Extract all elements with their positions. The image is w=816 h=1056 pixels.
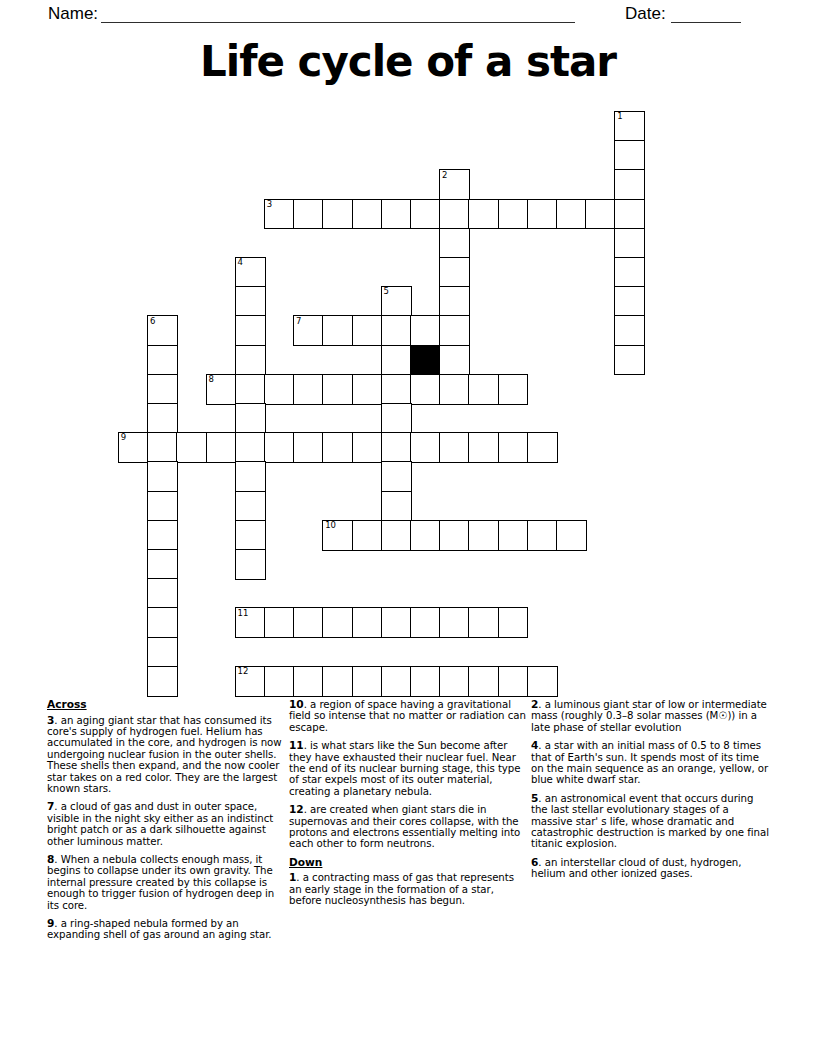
clue-text: . is what stars like the Sun become afte… xyxy=(289,740,520,797)
grid-cell[interactable] xyxy=(527,666,558,697)
grid-cell[interactable] xyxy=(322,199,353,230)
grid-cell[interactable] xyxy=(614,140,645,171)
grid-cell[interactable] xyxy=(439,286,470,317)
grid-cell[interactable] xyxy=(439,228,470,259)
grid-cell[interactable] xyxy=(439,666,470,697)
cell-number-12: 12 xyxy=(238,667,249,677)
clue-text: . an aging giant star that has consumed … xyxy=(47,715,282,794)
grid-cell[interactable] xyxy=(352,520,383,551)
grid-cell[interactable] xyxy=(468,199,499,230)
grid-cell[interactable] xyxy=(381,403,412,434)
grid-cell[interactable] xyxy=(147,520,178,551)
cell-number-2: 2 xyxy=(442,171,447,181)
grid-cell[interactable] xyxy=(381,491,412,522)
grid-cell[interactable] xyxy=(498,199,529,230)
grid-cell[interactable] xyxy=(322,666,353,697)
clue-down-5: 5. an astronomical event that occurs dur… xyxy=(531,793,769,850)
clue-text: . a region of space having a gravitation… xyxy=(289,699,526,733)
clue-across-9: 9. a ring-shaped nebula formed by an exp… xyxy=(47,918,285,941)
grid-cell[interactable] xyxy=(235,345,266,376)
grid-cell[interactable] xyxy=(614,228,645,259)
grid-cell[interactable] xyxy=(235,549,266,580)
grid-cell[interactable] xyxy=(176,432,207,463)
grid-cell[interactable] xyxy=(352,199,383,230)
clue-number: 11 xyxy=(289,739,304,751)
crossword-worksheet: Name: Date: Life cycle of a star 1234567… xyxy=(0,0,816,1056)
clue-down-1: 1. a contracting mass of gas that repres… xyxy=(289,872,527,906)
grid-cell[interactable] xyxy=(381,345,412,376)
cell-number-3: 3 xyxy=(267,200,272,210)
grid-cell[interactable] xyxy=(352,315,383,346)
grid-cell[interactable] xyxy=(235,315,266,346)
grid-cell[interactable] xyxy=(439,607,470,638)
grid-cell[interactable] xyxy=(498,666,529,697)
grid-cell[interactable] xyxy=(147,607,178,638)
grid-cell[interactable] xyxy=(614,257,645,288)
cell-number-11: 11 xyxy=(238,609,249,619)
grid-cell[interactable] xyxy=(235,432,266,463)
grid-cell[interactable] xyxy=(410,199,441,230)
grid-cell[interactable] xyxy=(264,432,295,463)
grid-cell[interactable] xyxy=(527,199,558,230)
clue-across-8: 8. When a nebula collects enough mass, i… xyxy=(47,854,285,911)
clue-across-3: 3. an aging giant star that has consumed… xyxy=(47,715,285,795)
grid-cell[interactable] xyxy=(439,520,470,551)
grid-cell[interactable] xyxy=(410,607,441,638)
clue-text: . a cloud of gas and dust in outer space… xyxy=(47,801,273,846)
grid-cell[interactable] xyxy=(614,169,645,200)
grid-cell[interactable] xyxy=(322,374,353,405)
grid-cell[interactable] xyxy=(147,432,178,463)
crossword-grid: 123456789101112 xyxy=(118,111,646,697)
grid-cell[interactable] xyxy=(352,432,383,463)
grid-cell[interactable] xyxy=(410,666,441,697)
grid-cell[interactable] xyxy=(381,374,412,405)
grid-cell[interactable] xyxy=(147,549,178,580)
clue-number: 12 xyxy=(289,803,304,815)
cell-number-5: 5 xyxy=(384,287,389,297)
grid-cell[interactable] xyxy=(527,432,558,463)
grid-cell[interactable] xyxy=(439,345,470,376)
grid-cell[interactable] xyxy=(614,345,645,376)
clue-column-2: 10. a region of space having a gravitati… xyxy=(289,699,527,914)
grid-cell[interactable] xyxy=(322,607,353,638)
grid-cell[interactable] xyxy=(147,374,178,405)
grid-cell[interactable] xyxy=(468,374,499,405)
grid-cell[interactable] xyxy=(293,666,324,697)
grid-cell[interactable] xyxy=(410,432,441,463)
grid-cell[interactable] xyxy=(147,403,178,434)
grid-cell[interactable] xyxy=(410,520,441,551)
cell-number-4: 4 xyxy=(238,258,243,268)
grid-cell[interactable] xyxy=(498,432,529,463)
clue-column-1: Across3. an aging giant star that has co… xyxy=(47,699,285,948)
clue-number: 10 xyxy=(289,698,304,710)
grid-cell[interactable] xyxy=(235,520,266,551)
clue-text: . a star with an initial mass of 0.5 to … xyxy=(531,740,768,785)
grid-cell[interactable] xyxy=(293,432,324,463)
grid-cell[interactable] xyxy=(147,461,178,492)
grid-cell[interactable] xyxy=(381,461,412,492)
puzzle-title: Life cycle of a star xyxy=(0,36,816,88)
grid-cell[interactable] xyxy=(468,520,499,551)
clue-text: . a luminous giant star of low or interm… xyxy=(531,699,767,733)
grid-cell[interactable] xyxy=(527,520,558,551)
grid-cell[interactable] xyxy=(381,607,412,638)
grid-cell[interactable] xyxy=(293,607,324,638)
grid-cell[interactable] xyxy=(439,257,470,288)
grid-cell[interactable] xyxy=(439,374,470,405)
grid-cell[interactable] xyxy=(352,374,383,405)
grid-cell[interactable] xyxy=(468,432,499,463)
clue-across-12: 12. are created when giant stars die in … xyxy=(289,804,527,850)
grid-cell[interactable] xyxy=(410,374,441,405)
clue-across-10: 10. a region of space having a gravitati… xyxy=(289,699,527,733)
clue-down-6: 6. an interstellar cloud of dust, hydrog… xyxy=(531,857,769,880)
grid-cell[interactable] xyxy=(556,520,587,551)
grid-cell[interactable] xyxy=(235,403,266,434)
grid-cell[interactable] xyxy=(147,491,178,522)
grid-cell[interactable] xyxy=(147,666,178,697)
down-header: Down xyxy=(289,857,527,869)
grid-cell[interactable] xyxy=(206,432,237,463)
grid-cell[interactable] xyxy=(264,666,295,697)
grid-cell[interactable] xyxy=(147,578,178,609)
grid-cell[interactable] xyxy=(264,374,295,405)
grid-cell[interactable] xyxy=(468,607,499,638)
grid-cell[interactable] xyxy=(498,607,529,638)
name-input-line[interactable] xyxy=(101,4,575,23)
name-label: Name: xyxy=(48,4,98,23)
clue-text: . a contracting mass of gas that represe… xyxy=(289,872,514,906)
grid-cell[interactable] xyxy=(381,520,412,551)
grid-cell[interactable] xyxy=(293,199,324,230)
grid-cell[interactable] xyxy=(439,199,470,230)
clue-text: . a ring-shaped nebula formed by an expa… xyxy=(47,918,272,940)
black-cell xyxy=(410,345,441,376)
cell-number-8: 8 xyxy=(208,375,213,385)
grid-cell[interactable] xyxy=(293,374,324,405)
cell-number-6: 6 xyxy=(150,317,155,327)
grid-cell[interactable] xyxy=(147,345,178,376)
grid-cell[interactable] xyxy=(498,520,529,551)
grid-cell[interactable] xyxy=(410,315,441,346)
grid-cell[interactable] xyxy=(235,461,266,492)
cell-number-9: 9 xyxy=(121,433,126,443)
cell-number-10: 10 xyxy=(325,521,336,531)
cell-number-7: 7 xyxy=(296,317,301,327)
clue-text: . are created when giant stars die in su… xyxy=(289,804,520,849)
grid-cell[interactable] xyxy=(585,199,616,230)
clue-text: . When a nebula collects enough mass, it… xyxy=(47,854,274,911)
clue-text: . an astronomical event that occurs duri… xyxy=(531,793,769,850)
date-label: Date: xyxy=(625,4,666,23)
clue-across-11: 11. is what stars like the Sun become af… xyxy=(289,740,527,797)
grid-cell[interactable] xyxy=(352,666,383,697)
grid-cell[interactable] xyxy=(614,286,645,317)
clue-across-7: 7. a cloud of gas and dust in outer spac… xyxy=(47,801,285,847)
grid-cell[interactable] xyxy=(614,315,645,346)
grid-cell[interactable] xyxy=(235,491,266,522)
clue-down-2: 2. a luminous giant star of low or inter… xyxy=(531,699,769,733)
grid-cell[interactable] xyxy=(381,432,412,463)
grid-cell[interactable] xyxy=(439,432,470,463)
grid-cell[interactable] xyxy=(381,199,412,230)
grid-cell[interactable] xyxy=(322,432,353,463)
grid-cell[interactable] xyxy=(556,199,587,230)
grid-cell[interactable] xyxy=(322,315,353,346)
grid-cell[interactable] xyxy=(235,374,266,405)
grid-cell[interactable] xyxy=(235,286,266,317)
grid-cell[interactable] xyxy=(468,666,499,697)
grid-cell[interactable] xyxy=(264,607,295,638)
grid-cell[interactable] xyxy=(381,315,412,346)
grid-cell[interactable] xyxy=(439,315,470,346)
grid-cell[interactable] xyxy=(147,637,178,668)
clue-down-4: 4. a star with an initial mass of 0.5 to… xyxy=(531,740,769,786)
clue-column-3: 2. a luminous giant star of low or inter… xyxy=(531,699,769,887)
clue-text: . an interstellar cloud of dust, hydroge… xyxy=(531,857,741,879)
grid-cell[interactable] xyxy=(498,374,529,405)
grid-cell[interactable] xyxy=(614,199,645,230)
across-header: Across xyxy=(47,699,285,711)
grid-cell[interactable] xyxy=(352,607,383,638)
date-input-line[interactable] xyxy=(671,4,741,23)
grid-cell[interactable] xyxy=(381,666,412,697)
cell-number-1: 1 xyxy=(617,112,622,122)
